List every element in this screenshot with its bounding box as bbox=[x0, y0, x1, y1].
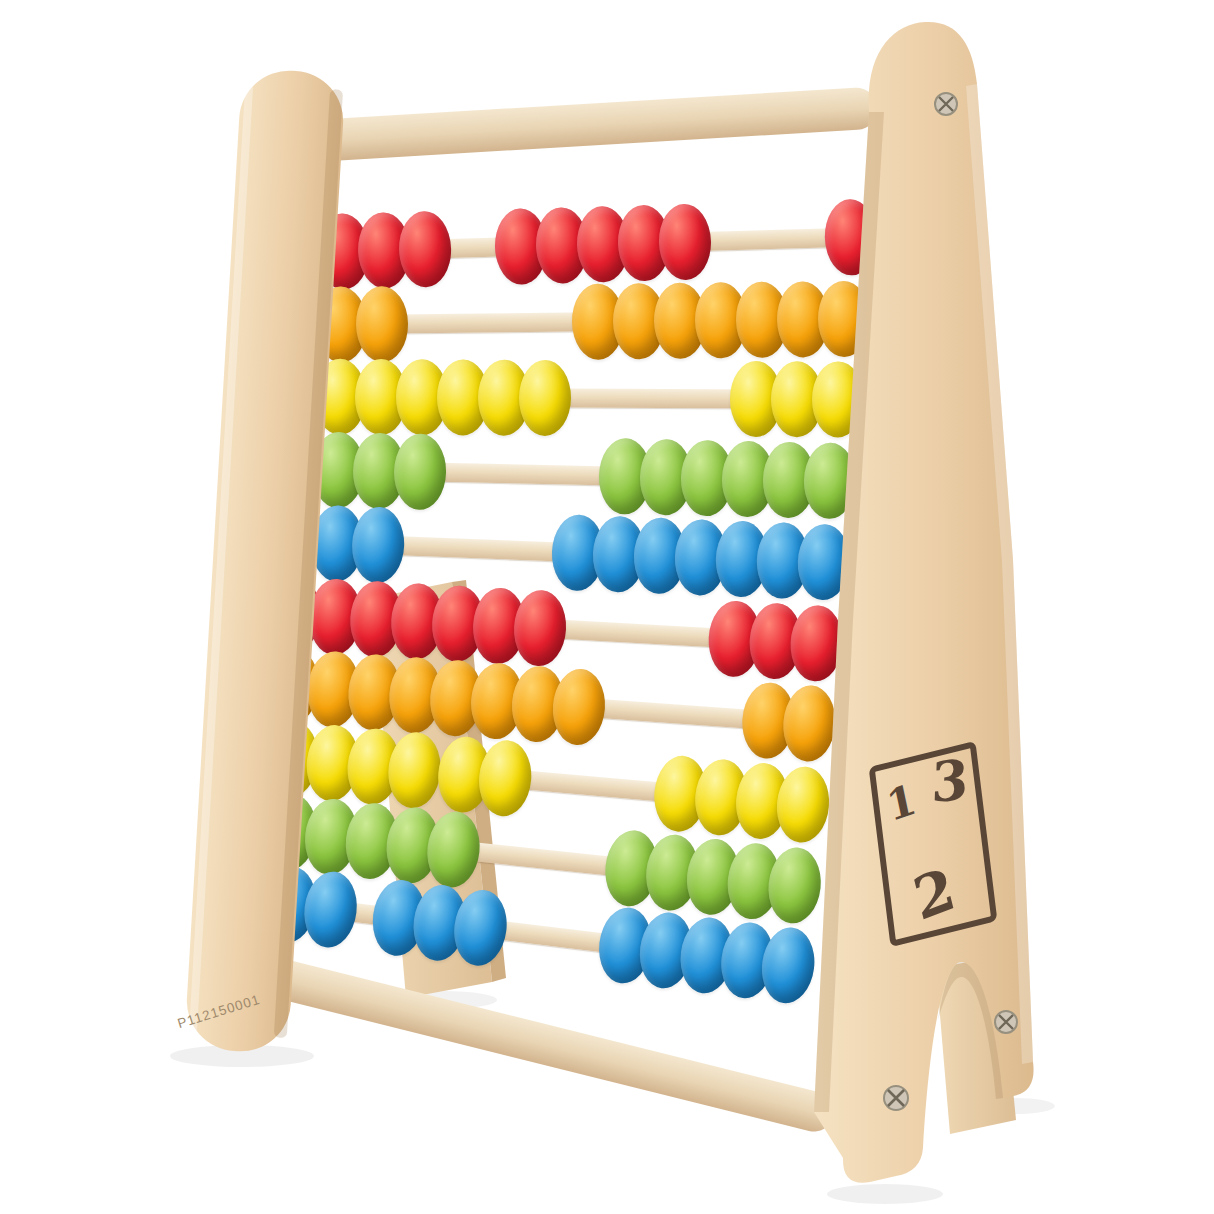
logo-digit-2: 2 bbox=[908, 859, 960, 929]
hape-123-logo: 1 3 2 bbox=[869, 741, 998, 948]
abacus-photo: 1 3 2 P112150001 bbox=[0, 0, 1214, 1214]
logo-digit-1: 1 bbox=[883, 778, 920, 829]
frame-markings: 1 3 2 P112150001 bbox=[0, 0, 1214, 1214]
logo-digit-3: 3 bbox=[931, 752, 969, 810]
serial-number: P112150001 bbox=[176, 992, 262, 1031]
